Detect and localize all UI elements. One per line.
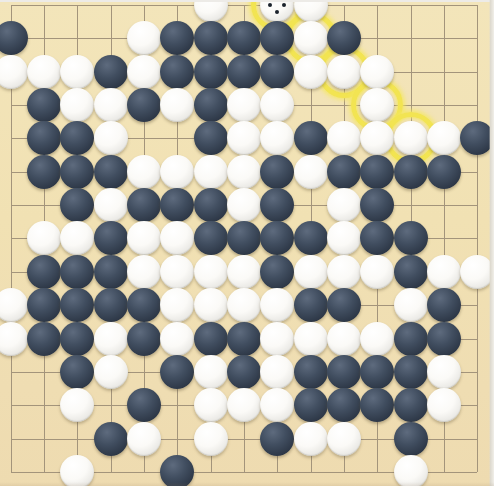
stone-black xyxy=(360,221,394,255)
stone-white xyxy=(427,255,461,289)
stone-white xyxy=(394,288,428,322)
stone-white xyxy=(0,322,28,356)
stone-white xyxy=(127,255,161,289)
stone-black xyxy=(94,155,128,189)
marker-dot xyxy=(275,10,279,14)
stone-white xyxy=(0,288,28,322)
stone-black xyxy=(127,322,161,356)
stone-black xyxy=(360,355,394,389)
marker-dot xyxy=(268,3,272,7)
stone-black xyxy=(160,55,194,89)
stone-black xyxy=(194,121,228,155)
stone-white xyxy=(260,288,294,322)
stone-black xyxy=(60,322,94,356)
stone-white xyxy=(294,255,328,289)
stone-white xyxy=(327,322,361,356)
stone-white xyxy=(294,21,328,55)
stone-white xyxy=(94,121,128,155)
stone-black xyxy=(294,388,328,422)
stone-white xyxy=(427,121,461,155)
stone-black xyxy=(127,388,161,422)
stone-white xyxy=(27,55,61,89)
stone-black xyxy=(60,121,94,155)
stone-white xyxy=(327,55,361,89)
go-board[interactable] xyxy=(0,0,494,486)
stone-black xyxy=(94,422,128,456)
stone-black xyxy=(260,422,294,456)
stone-white xyxy=(294,422,328,456)
stone-black xyxy=(394,255,428,289)
stone-white xyxy=(194,255,228,289)
stone-black xyxy=(394,355,428,389)
stone-black xyxy=(127,188,161,222)
stone-black xyxy=(294,121,328,155)
stone-white xyxy=(294,322,328,356)
stone-white xyxy=(227,88,261,122)
stone-white xyxy=(294,55,328,89)
stone-black xyxy=(60,188,94,222)
stone-black xyxy=(394,155,428,189)
stone-white xyxy=(327,221,361,255)
stone-white xyxy=(360,322,394,356)
stone-black xyxy=(360,155,394,189)
stone-black xyxy=(160,188,194,222)
stone-white xyxy=(160,221,194,255)
stone-white xyxy=(227,121,261,155)
stone-white xyxy=(194,388,228,422)
stone-black xyxy=(427,322,461,356)
stone-black xyxy=(94,288,128,322)
stone-black xyxy=(327,288,361,322)
stone-black xyxy=(227,322,261,356)
stone-white xyxy=(94,88,128,122)
stone-white xyxy=(327,188,361,222)
grid-line-vertical xyxy=(477,5,478,472)
stone-black xyxy=(394,422,428,456)
stone-black xyxy=(227,21,261,55)
stone-black xyxy=(294,355,328,389)
stone-black xyxy=(27,322,61,356)
stone-white xyxy=(60,88,94,122)
stone-black xyxy=(160,355,194,389)
stone-white xyxy=(160,322,194,356)
stone-black xyxy=(260,55,294,89)
stone-white xyxy=(27,221,61,255)
stone-black xyxy=(94,221,128,255)
stone-white xyxy=(127,21,161,55)
board-edge-bottom xyxy=(0,482,494,486)
stone-white xyxy=(327,255,361,289)
board-edge-top xyxy=(0,0,494,2)
stone-white xyxy=(160,88,194,122)
stone-white xyxy=(60,221,94,255)
stone-white xyxy=(227,388,261,422)
stone-white xyxy=(160,155,194,189)
stone-white xyxy=(127,422,161,456)
stone-white xyxy=(260,322,294,356)
stone-white xyxy=(127,155,161,189)
stone-white xyxy=(427,388,461,422)
stone-black xyxy=(127,88,161,122)
stone-white xyxy=(394,121,428,155)
stone-black xyxy=(260,221,294,255)
stone-white xyxy=(227,188,261,222)
stone-black xyxy=(227,221,261,255)
stone-black xyxy=(294,288,328,322)
stone-black xyxy=(194,188,228,222)
last-move-marker xyxy=(268,0,286,14)
stone-black xyxy=(194,322,228,356)
stone-black xyxy=(327,388,361,422)
stone-black xyxy=(27,121,61,155)
stone-black xyxy=(60,288,94,322)
stone-white xyxy=(94,188,128,222)
stone-black xyxy=(427,288,461,322)
stone-black xyxy=(427,155,461,189)
stone-black xyxy=(60,155,94,189)
stone-black xyxy=(60,355,94,389)
stone-white xyxy=(360,255,394,289)
stone-white xyxy=(294,155,328,189)
stone-white xyxy=(227,255,261,289)
stone-white xyxy=(160,288,194,322)
stone-black xyxy=(260,255,294,289)
stone-black xyxy=(27,255,61,289)
stone-black xyxy=(194,21,228,55)
stone-white xyxy=(60,55,94,89)
stone-white xyxy=(260,355,294,389)
stone-white xyxy=(427,355,461,389)
stone-black xyxy=(327,155,361,189)
stone-white xyxy=(260,88,294,122)
stone-black xyxy=(227,55,261,89)
stone-white xyxy=(194,155,228,189)
stone-white xyxy=(227,155,261,189)
stone-black xyxy=(360,388,394,422)
stone-black xyxy=(194,55,228,89)
stone-white xyxy=(60,388,94,422)
stone-white xyxy=(227,288,261,322)
stone-black xyxy=(394,388,428,422)
stone-black xyxy=(360,188,394,222)
stone-black xyxy=(60,255,94,289)
stone-black xyxy=(27,155,61,189)
stone-white xyxy=(327,121,361,155)
stone-black xyxy=(327,355,361,389)
stone-white xyxy=(94,355,128,389)
stone-white xyxy=(194,0,228,22)
stone-black xyxy=(294,221,328,255)
stone-white xyxy=(94,322,128,356)
stone-black xyxy=(227,355,261,389)
stone-white xyxy=(160,255,194,289)
stone-black xyxy=(94,255,128,289)
stone-white xyxy=(360,55,394,89)
board-edge-right xyxy=(489,0,494,486)
stone-black xyxy=(27,288,61,322)
stone-black xyxy=(160,21,194,55)
stone-black xyxy=(194,221,228,255)
stone-black xyxy=(127,288,161,322)
stone-white xyxy=(127,221,161,255)
stone-white xyxy=(327,422,361,456)
stone-white xyxy=(194,355,228,389)
stone-black xyxy=(260,188,294,222)
stone-white xyxy=(194,288,228,322)
stone-black xyxy=(94,55,128,89)
stone-black xyxy=(194,88,228,122)
stone-white xyxy=(260,121,294,155)
go-app-window xyxy=(0,0,494,486)
marker-dot xyxy=(282,3,286,7)
stone-black xyxy=(0,21,28,55)
stone-black xyxy=(394,221,428,255)
stone-white xyxy=(0,55,28,89)
stone-white xyxy=(260,388,294,422)
stone-white xyxy=(194,422,228,456)
stone-black xyxy=(27,88,61,122)
stone-black xyxy=(394,322,428,356)
stone-black xyxy=(260,155,294,189)
stone-white xyxy=(127,55,161,89)
